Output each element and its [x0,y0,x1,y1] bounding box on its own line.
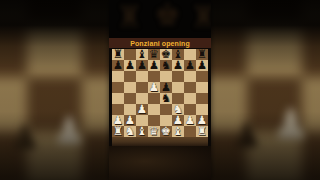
video-screenshot: ♟♟♟♟ ♜♚♜ Ponziani opening ♜♝♛♚♝♜♟♟♟♟♞♟♟♟… [0,0,320,180]
black-pawn-piece: ♟ [184,59,196,71]
square-h1: ♜ [196,126,208,137]
square-h6 [196,71,208,82]
square-a7: ♟ [112,60,124,71]
square-b1: ♞ [124,126,136,137]
video-top-shadow: ♜♚♜ [109,0,211,38]
square-b7: ♟ [124,60,136,71]
white-knight-piece: ♞ [124,125,136,137]
square-g5 [184,82,196,93]
blurred-piece-silhouette: ♚ [154,0,181,30]
square-b4 [124,93,136,104]
square-b6 [124,71,136,82]
square-d5: ♟ [148,82,160,93]
square-c1: ♝ [136,126,148,137]
white-bishop-piece: ♝ [172,125,184,137]
video-frame[interactable]: ♜♚♜ Ponziani opening ♜♝♛♚♝♜♟♟♟♟♞♟♟♟♟♟♞♟♞… [109,0,211,180]
square-f5 [172,82,184,93]
black-pawn-piece: ♟ [112,59,124,71]
black-pawn-piece: ♟ [196,59,208,71]
square-h7: ♟ [196,60,208,71]
square-c7: ♟ [136,60,148,71]
square-c3: ♟ [136,104,148,115]
white-rook-piece: ♜ [112,125,124,137]
opening-title: Ponziani opening [130,40,190,47]
square-a4 [112,93,124,104]
square-g1 [184,126,196,137]
square-a6 [112,71,124,82]
black-pawn-piece: ♟ [172,59,184,71]
white-pawn-piece: ♟ [184,114,196,126]
black-knight-piece: ♞ [160,92,172,104]
square-f1: ♝ [172,126,184,137]
white-pawn-piece: ♟ [148,81,160,93]
square-e4: ♞ [160,93,172,104]
blurred-piece-silhouette: ♜ [190,2,211,32]
square-f6 [172,71,184,82]
opening-title-bar: Ponziani opening [109,38,211,48]
black-pawn-piece: ♟ [136,59,148,71]
square-h4 [196,93,208,104]
white-bishop-piece: ♝ [136,125,148,137]
square-d1: ♛ [148,126,160,137]
square-c6 [136,71,148,82]
square-e7: ♞ [160,60,172,71]
square-d3 [148,104,160,115]
board-edge [112,137,208,146]
white-rook-piece: ♜ [196,125,208,137]
square-e1: ♚ [160,126,172,137]
blurred-piece-silhouette: ♜ [116,2,143,32]
square-g6 [184,71,196,82]
square-d7: ♟ [148,60,160,71]
black-knight-piece: ♞ [160,59,172,71]
square-f7: ♟ [172,60,184,71]
square-h5 [196,82,208,93]
white-queen-piece: ♛ [148,125,160,137]
square-g4 [184,93,196,104]
square-a5 [112,82,124,93]
white-king-piece: ♚ [160,125,172,137]
square-g7: ♟ [184,60,196,71]
white-pawn-piece: ♟ [136,103,148,115]
square-b5 [124,82,136,93]
square-a1: ♜ [112,126,124,137]
square-g2: ♟ [184,115,196,126]
video-bottom-shadow [109,146,211,180]
chess-board: ♜♝♛♚♝♜♟♟♟♟♞♟♟♟♟♟♞♟♞♟♟♟♟♟♜♞♝♛♚♝♜ [112,49,208,137]
square-c5 [136,82,148,93]
black-pawn-piece: ♟ [124,59,136,71]
square-e3 [160,104,172,115]
black-pawn-piece: ♟ [148,59,160,71]
square-d4 [148,93,160,104]
